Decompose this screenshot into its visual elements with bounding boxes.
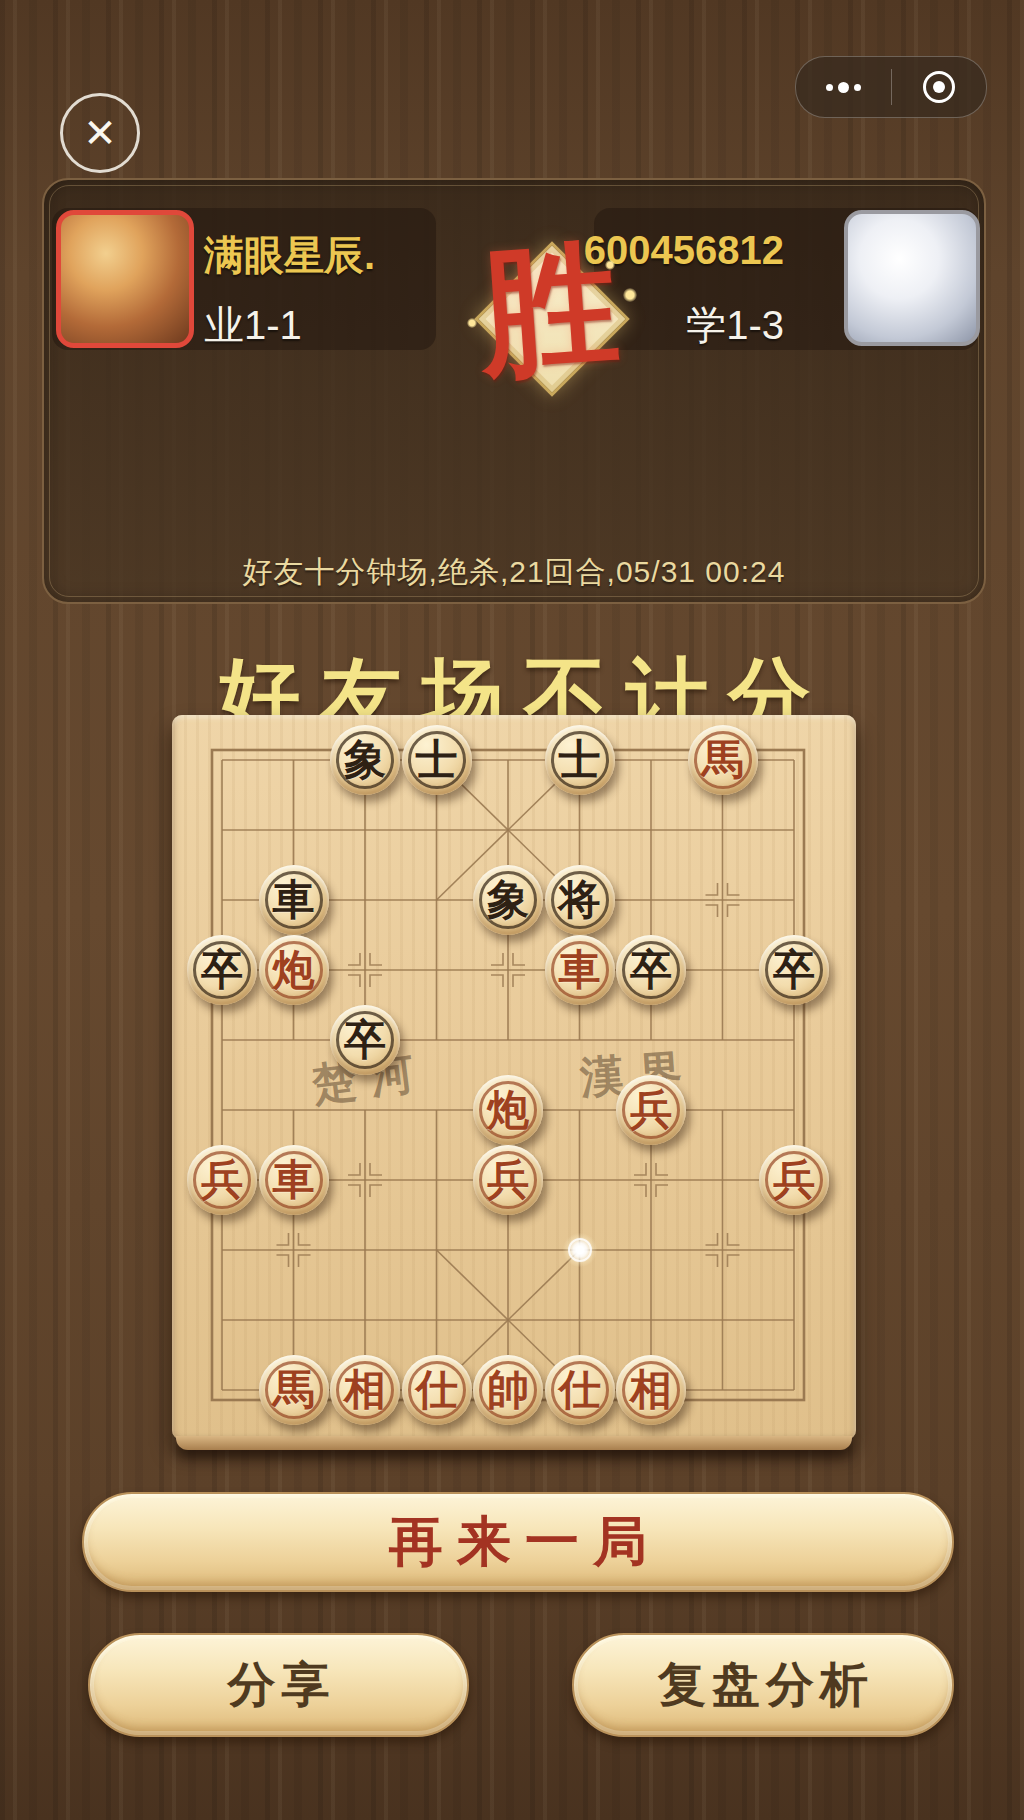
- piece-red-帥: 帥: [473, 1355, 543, 1425]
- piece-black-車: 車: [259, 865, 329, 935]
- piece-red-炮: 炮: [259, 935, 329, 1005]
- piece-black-士: 士: [402, 725, 472, 795]
- close-icon: ✕: [83, 110, 117, 156]
- piece-black-卒: 卒: [330, 1005, 400, 1075]
- exit-button[interactable]: [892, 57, 987, 117]
- more-button[interactable]: [796, 57, 891, 117]
- piece-black-卒: 卒: [616, 935, 686, 1005]
- left-player-name: 满眼星辰.: [204, 228, 375, 283]
- piece-red-仕: 仕: [402, 1355, 472, 1425]
- share-button[interactable]: 分享: [88, 1633, 469, 1737]
- pieces-layer: 象士士馬車象将卒炮車卒卒卒炮兵兵車兵兵馬相仕帥仕相: [172, 715, 856, 1440]
- win-badge-text: 胜: [449, 211, 650, 412]
- close-button[interactable]: ✕: [60, 93, 140, 173]
- piece-red-兵: 兵: [759, 1145, 829, 1215]
- result-panel: 满眼星辰. 业1-1 600456812 学1-3 胜 好友十分钟场,绝杀,21…: [42, 178, 986, 604]
- piece-red-兵: 兵: [616, 1075, 686, 1145]
- rematch-button[interactable]: 再来一局: [82, 1492, 954, 1592]
- piece-black-象: 象: [330, 725, 400, 795]
- piece-red-相: 相: [330, 1355, 400, 1425]
- piece-red-炮: 炮: [473, 1075, 543, 1145]
- piece-red-兵: 兵: [473, 1145, 543, 1215]
- piece-red-相: 相: [616, 1355, 686, 1425]
- piece-red-馬: 馬: [688, 725, 758, 795]
- exit-circle-icon: [923, 71, 955, 103]
- left-player-level: 业1-1: [204, 298, 302, 353]
- left-player-avatar[interactable]: [56, 210, 194, 348]
- piece-red-車: 車: [545, 935, 615, 1005]
- piece-black-象: 象: [473, 865, 543, 935]
- xiangqi-board: 楚河 漢界 象士士馬車象将卒炮車卒卒卒炮兵兵車兵兵馬相仕帥仕相: [172, 715, 856, 1440]
- right-player-avatar[interactable]: [844, 210, 980, 346]
- piece-black-卒: 卒: [759, 935, 829, 1005]
- right-player-level: 学1-3: [686, 298, 784, 353]
- piece-black-卒: 卒: [187, 935, 257, 1005]
- match-info: 好友十分钟场,绝杀,21回合,05/31 00:24: [44, 552, 984, 593]
- app-screen: ✕ 满眼星辰. 业1-1 600456812 学1-3 胜 好友十分钟场,绝杀,…: [0, 0, 1024, 1820]
- win-badge: 胜: [455, 222, 643, 410]
- piece-black-将: 将: [545, 865, 615, 935]
- last-move-sparkle: [563, 1233, 597, 1267]
- piece-red-馬: 馬: [259, 1355, 329, 1425]
- wechat-capsule: [795, 56, 987, 118]
- piece-red-車: 車: [259, 1145, 329, 1215]
- piece-red-兵: 兵: [187, 1145, 257, 1215]
- piece-red-仕: 仕: [545, 1355, 615, 1425]
- piece-black-士: 士: [545, 725, 615, 795]
- review-button[interactable]: 复盘分析: [572, 1633, 954, 1737]
- ellipsis-icon: [826, 82, 861, 93]
